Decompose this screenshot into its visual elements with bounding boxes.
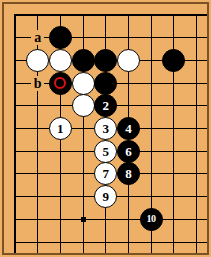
black-stone-d17 (72, 49, 95, 72)
black-stone-g10-move-10: 10 (140, 208, 163, 231)
point-label-a: a (31, 30, 44, 45)
point-label-b: b (31, 76, 44, 91)
black-stone-f12-move-8: 8 (117, 162, 140, 185)
white-stone-c17 (49, 49, 72, 72)
black-stone-e16 (94, 72, 117, 95)
white-stone-f17 (117, 49, 140, 72)
white-stone-e14-move-3: 3 (94, 117, 117, 140)
white-stone-d16 (72, 72, 95, 95)
black-stone-c18 (49, 26, 72, 49)
white-stone-e11-move-9: 9 (94, 185, 117, 208)
go-board-diagram: 21345678910ab (0, 0, 211, 257)
white-stone-b17 (26, 49, 49, 72)
go-board-grid[interactable]: 21345678910ab (4, 4, 208, 254)
white-stone-d15 (72, 94, 95, 117)
black-stone-h17 (162, 49, 185, 72)
black-stone-f14-move-4: 4 (117, 117, 140, 140)
white-stone-e12-move-7: 7 (94, 162, 117, 185)
black-stone-e17 (94, 49, 117, 72)
white-stone-c14-move-1: 1 (49, 117, 72, 140)
black-stone-c16-circled (49, 72, 72, 95)
white-stone-e13-move-5: 5 (94, 140, 117, 163)
red-circle-mark (54, 77, 66, 89)
black-stone-f13-move-6: 6 (117, 140, 140, 163)
black-stone-e15-move-2: 2 (94, 94, 117, 117)
